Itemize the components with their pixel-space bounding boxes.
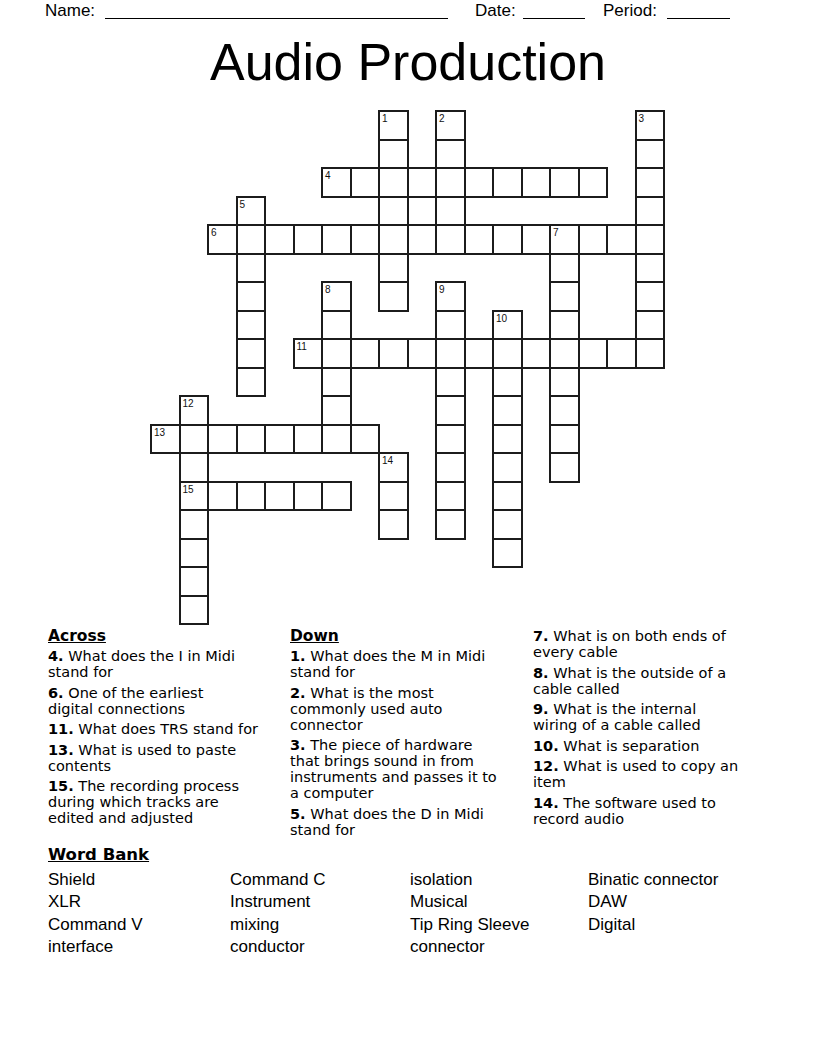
clue: 9. What is the internal wiring of a cabl… — [533, 701, 791, 733]
crossword-cell — [407, 167, 438, 198]
period-label: Period: — [603, 1, 657, 21]
crossword-cell — [521, 224, 552, 255]
clue-number-label: 7. — [533, 628, 549, 644]
clue: 7. What is on both ends of every cable — [533, 628, 791, 660]
word-bank-item: interface — [48, 936, 142, 958]
name-blank-line — [105, 3, 448, 19]
cell-clue-number: 6 — [211, 227, 217, 238]
crossword-cell: 10 — [492, 310, 523, 341]
crossword-cell — [635, 167, 666, 198]
crossword-cell — [378, 196, 409, 227]
word-bank-heading: Word Bank — [48, 846, 149, 864]
crossword-cell: 5 — [236, 196, 267, 227]
crossword-cell — [236, 367, 267, 398]
crossword-cell: 12 — [179, 395, 210, 426]
clue-number-label: 6. — [48, 685, 64, 701]
crossword-cell — [435, 224, 466, 255]
crossword-cell — [293, 481, 324, 512]
cell-clue-number: 5 — [240, 199, 246, 210]
word-bank-item: connector — [410, 936, 529, 958]
crossword-cell — [207, 481, 238, 512]
word-bank-item: Binatic connector — [588, 869, 718, 891]
cell-clue-number: 12 — [183, 398, 194, 409]
crossword-cell — [549, 395, 580, 426]
crossword-cell — [378, 167, 409, 198]
word-bank-item: isolation — [410, 869, 529, 891]
crossword-cell — [606, 224, 637, 255]
cell-clue-number: 15 — [183, 484, 194, 495]
crossword-cell — [236, 338, 267, 369]
clue-number-label: 9. — [533, 701, 549, 717]
crossword-cell — [435, 481, 466, 512]
crossword-cell — [578, 338, 609, 369]
crossword-cell — [321, 310, 352, 341]
crossword-cell — [435, 424, 466, 455]
crossword-cell — [549, 253, 580, 284]
word-bank-item: Command V — [48, 914, 142, 936]
crossword-cell — [435, 139, 466, 170]
crossword-cell — [492, 224, 523, 255]
crossword-cell — [350, 224, 381, 255]
clue-number-label: 13. — [48, 742, 74, 758]
word-bank-item: Shield — [48, 869, 142, 891]
cell-clue-number: 3 — [639, 113, 645, 124]
crossword-cell — [492, 395, 523, 426]
word-bank-column: Binatic connectorDAWDigital — [588, 869, 718, 936]
crossword-cell — [378, 253, 409, 284]
crossword-cell — [236, 481, 267, 512]
clue-number-label: 10. — [533, 738, 559, 754]
crossword-cell — [435, 509, 466, 540]
crossword-cell — [321, 481, 352, 512]
crossword-cell — [407, 224, 438, 255]
crossword-cell — [321, 395, 352, 426]
crossword-cell — [635, 224, 666, 255]
crossword-cell — [179, 452, 210, 483]
crossword-cell: 6 — [207, 224, 238, 255]
cell-clue-number: 13 — [154, 427, 165, 438]
crossword-cell: 3 — [635, 110, 666, 141]
crossword-cell — [492, 452, 523, 483]
word-bank-item: XLR — [48, 891, 142, 913]
crossword-cell — [578, 224, 609, 255]
crossword-cell — [492, 424, 523, 455]
crossword-cell — [236, 424, 267, 455]
clues-down-column-2: 7. What is on both ends of every cable8.… — [533, 628, 791, 831]
cell-clue-number: 9 — [439, 284, 445, 295]
word-bank-item: Tip Ring Sleeve — [410, 914, 529, 936]
word-bank-item: DAW — [588, 891, 718, 913]
word-bank-column: Command CInstrumentmixingconductor — [230, 869, 325, 958]
crossword-cell — [606, 338, 637, 369]
crossword-cell — [549, 310, 580, 341]
crossword-cell — [179, 538, 210, 569]
clue: 12. What is used to copy an item — [533, 758, 791, 790]
crossword-cell — [378, 338, 409, 369]
crossword-cell — [464, 224, 495, 255]
clue: 11. What does TRS stand for — [48, 721, 292, 737]
clue: 5. What does the D in Midi stand for — [290, 806, 536, 838]
crossword-cell — [492, 367, 523, 398]
clue-number-label: 12. — [533, 758, 559, 774]
clue: 10. What is separation — [533, 738, 791, 754]
cell-clue-number: 7 — [553, 227, 559, 238]
crossword-cell — [492, 338, 523, 369]
crossword-cell — [293, 424, 324, 455]
crossword-cell — [321, 224, 352, 255]
crossword-cell — [179, 509, 210, 540]
crossword-cell: 14 — [378, 452, 409, 483]
crossword-cell — [435, 196, 466, 227]
crossword-cell: 9 — [435, 281, 466, 312]
clue: 13. What is used to paste contents — [48, 742, 292, 774]
crossword-cell — [521, 338, 552, 369]
page-title: Audio Production — [0, 31, 816, 93]
crossword-cell — [635, 310, 666, 341]
date-label: Date: — [475, 1, 516, 21]
crossword-cell — [179, 566, 210, 597]
clue: 2. What is the most commonly used auto c… — [290, 685, 536, 733]
crossword-cell — [492, 509, 523, 540]
crossword-cell — [635, 281, 666, 312]
crossword-cell — [321, 367, 352, 398]
crossword-cell — [321, 338, 352, 369]
crossword-cell: 1 — [378, 110, 409, 141]
crossword-cell — [435, 310, 466, 341]
crossword-cell — [378, 481, 409, 512]
cell-clue-number: 11 — [297, 341, 307, 352]
crossword-cell: 4 — [321, 167, 352, 198]
crossword-cell — [435, 167, 466, 198]
crossword-cell — [321, 424, 352, 455]
worksheet-page: Name: Date: Period: Audio Production 123… — [0, 0, 816, 1056]
crossword-cell — [578, 167, 609, 198]
clue: 8. What is the outside of a cable called — [533, 665, 791, 697]
crossword-cell: 7 — [549, 224, 580, 255]
crossword-grid: 123456789101112151314 — [150, 110, 665, 625]
crossword-cell — [236, 310, 267, 341]
word-bank-item: Musical — [410, 891, 529, 913]
crossword-cell — [179, 595, 210, 626]
crossword-cell — [635, 139, 666, 170]
clue: 14. The software used to record audio — [533, 795, 791, 827]
crossword-cell: 13 — [150, 424, 181, 455]
clue-number-label: 11. — [48, 721, 74, 737]
crossword-cell — [350, 424, 381, 455]
down-clue-list-continued: 7. What is on both ends of every cable8.… — [533, 628, 791, 827]
crossword-cell — [635, 196, 666, 227]
crossword-cell — [492, 538, 523, 569]
clue-number-label: 2. — [290, 685, 306, 701]
crossword-cell: 8 — [321, 281, 352, 312]
crossword-cell — [635, 253, 666, 284]
clue: 15. The recording process during which t… — [48, 778, 292, 826]
crossword-cell — [549, 424, 580, 455]
across-clue-list: 4. What does the I in Midi stand for6. O… — [48, 648, 292, 826]
crossword-cell — [435, 367, 466, 398]
crossword-cell — [236, 253, 267, 284]
crossword-cell — [264, 424, 295, 455]
cell-clue-number: 8 — [325, 284, 331, 295]
crossword-cell — [378, 224, 409, 255]
crossword-cell — [264, 481, 295, 512]
down-heading: Down — [290, 628, 536, 644]
crossword-cell — [521, 167, 552, 198]
clue-number-label: 1. — [290, 648, 306, 664]
clue-number-label: 8. — [533, 665, 549, 681]
word-bank-item: conductor — [230, 936, 325, 958]
word-bank-column: isolationMusicalTip Ring Sleeveconnector — [410, 869, 529, 958]
name-label: Name: — [45, 1, 95, 21]
crossword-cell — [464, 167, 495, 198]
crossword-cell — [350, 167, 381, 198]
crossword-cell: 11 — [293, 338, 324, 369]
word-bank-item: mixing — [230, 914, 325, 936]
crossword-cell — [236, 224, 267, 255]
crossword-cell — [492, 481, 523, 512]
crossword-cell — [435, 452, 466, 483]
crossword-cell — [549, 452, 580, 483]
down-clue-list: 1. What does the M in Midi stand for2. W… — [290, 648, 536, 838]
clue-number-label: 4. — [48, 648, 64, 664]
clue: 6. One of the earliest digital connectio… — [48, 685, 292, 717]
crossword-cell — [207, 424, 238, 455]
across-heading: Across — [48, 628, 292, 644]
crossword-cell — [435, 395, 466, 426]
word-bank-item: Digital — [588, 914, 718, 936]
crossword-cell — [350, 338, 381, 369]
crossword-cell — [236, 281, 267, 312]
cell-clue-number: 1 — [382, 113, 388, 124]
crossword-cell — [407, 338, 438, 369]
crossword-cell — [549, 367, 580, 398]
crossword-cell: 2 — [435, 110, 466, 141]
clue: 1. What does the M in Midi stand for — [290, 648, 536, 680]
cell-clue-number: 10 — [496, 313, 507, 324]
date-blank-line — [523, 3, 585, 19]
crossword-cell: 15 — [179, 481, 210, 512]
crossword-cell — [378, 139, 409, 170]
clue-number-label: 3. — [290, 737, 306, 753]
crossword-cell — [464, 338, 495, 369]
word-bank-item: Instrument — [230, 891, 325, 913]
crossword-cell — [179, 424, 210, 455]
crossword-cell — [435, 338, 466, 369]
clue-number-label: 14. — [533, 795, 559, 811]
word-bank-item: Command C — [230, 869, 325, 891]
word-bank-column: ShieldXLRCommand Vinterface — [48, 869, 142, 958]
cell-clue-number: 14 — [382, 455, 393, 466]
crossword-cell — [378, 281, 409, 312]
clue-number-label: 15. — [48, 778, 74, 794]
crossword-cell — [549, 338, 580, 369]
clue: 3. The piece of hardware that brings sou… — [290, 737, 536, 801]
clues-down-column: Down 1. What does the M in Midi stand fo… — [290, 628, 536, 842]
clue: 4. What does the I in Midi stand for — [48, 648, 292, 680]
crossword-cell — [378, 509, 409, 540]
period-blank-line — [667, 3, 730, 19]
clue-number-label: 5. — [290, 806, 306, 822]
crossword-cell — [549, 167, 580, 198]
crossword-cell — [549, 281, 580, 312]
clues-across-column: Across 4. What does the I in Midi stand … — [48, 628, 292, 831]
cell-clue-number: 4 — [325, 170, 331, 181]
crossword-cell — [492, 167, 523, 198]
crossword-cell — [293, 224, 324, 255]
cell-clue-number: 2 — [439, 113, 445, 124]
crossword-cell — [264, 224, 295, 255]
crossword-cell — [635, 338, 666, 369]
